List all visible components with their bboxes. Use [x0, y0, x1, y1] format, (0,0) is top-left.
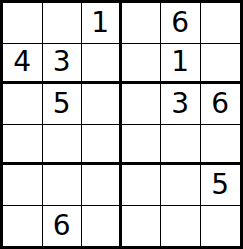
cell-r3c5: 3 [161, 84, 201, 125]
cell-r1c2[interactable] [43, 3, 83, 44]
cell-r6c2: 6 [43, 206, 83, 247]
given-digit: 3 [53, 48, 71, 76]
cell-r4c1[interactable] [3, 125, 43, 166]
cell-r3c3[interactable] [82, 84, 122, 125]
cell-r5c6: 5 [201, 165, 241, 206]
cell-r5c4[interactable] [122, 165, 162, 206]
cell-r4c2[interactable] [43, 125, 83, 166]
given-digit: 6 [171, 9, 189, 37]
given-digit: 5 [53, 90, 71, 118]
cell-r6c1[interactable] [3, 206, 43, 247]
given-digit: 1 [91, 9, 109, 37]
cell-r1c1[interactable] [3, 3, 43, 44]
given-digit: 4 [13, 48, 31, 76]
cell-r6c5[interactable] [161, 206, 201, 247]
cell-r3c6: 6 [201, 84, 241, 125]
cell-r5c5[interactable] [161, 165, 201, 206]
cell-r4c3[interactable] [82, 125, 122, 166]
cell-r1c3: 1 [82, 3, 122, 44]
cell-r4c4[interactable] [122, 125, 162, 166]
cell-r1c4[interactable] [122, 3, 162, 44]
cell-r6c6[interactable] [201, 206, 241, 247]
given-digit: 6 [53, 212, 71, 240]
cell-r6c4[interactable] [122, 206, 162, 247]
cell-r4c6[interactable] [201, 125, 241, 166]
cell-r2c4[interactable] [122, 44, 162, 85]
cell-r3c4[interactable] [122, 84, 162, 125]
given-digit: 5 [211, 171, 229, 199]
cell-r2c3[interactable] [82, 44, 122, 85]
cell-r2c6[interactable] [201, 44, 241, 85]
given-digit: 1 [171, 48, 189, 76]
cell-r5c2[interactable] [43, 165, 83, 206]
cell-r2c2: 3 [43, 44, 83, 85]
cell-r4c5[interactable] [161, 125, 201, 166]
cell-r5c3[interactable] [82, 165, 122, 206]
cell-r6c3[interactable] [82, 206, 122, 247]
cell-r1c5: 6 [161, 3, 201, 44]
given-digit: 6 [211, 90, 229, 118]
cell-r2c5: 1 [161, 44, 201, 85]
given-digit: 3 [171, 90, 189, 118]
sudoku-board: 1643153656 [0, 0, 243, 249]
cell-r3c2: 5 [43, 84, 83, 125]
cell-r5c1[interactable] [3, 165, 43, 206]
cell-r2c1: 4 [3, 44, 43, 85]
cell-r3c1[interactable] [3, 84, 43, 125]
cell-r1c6[interactable] [201, 3, 241, 44]
